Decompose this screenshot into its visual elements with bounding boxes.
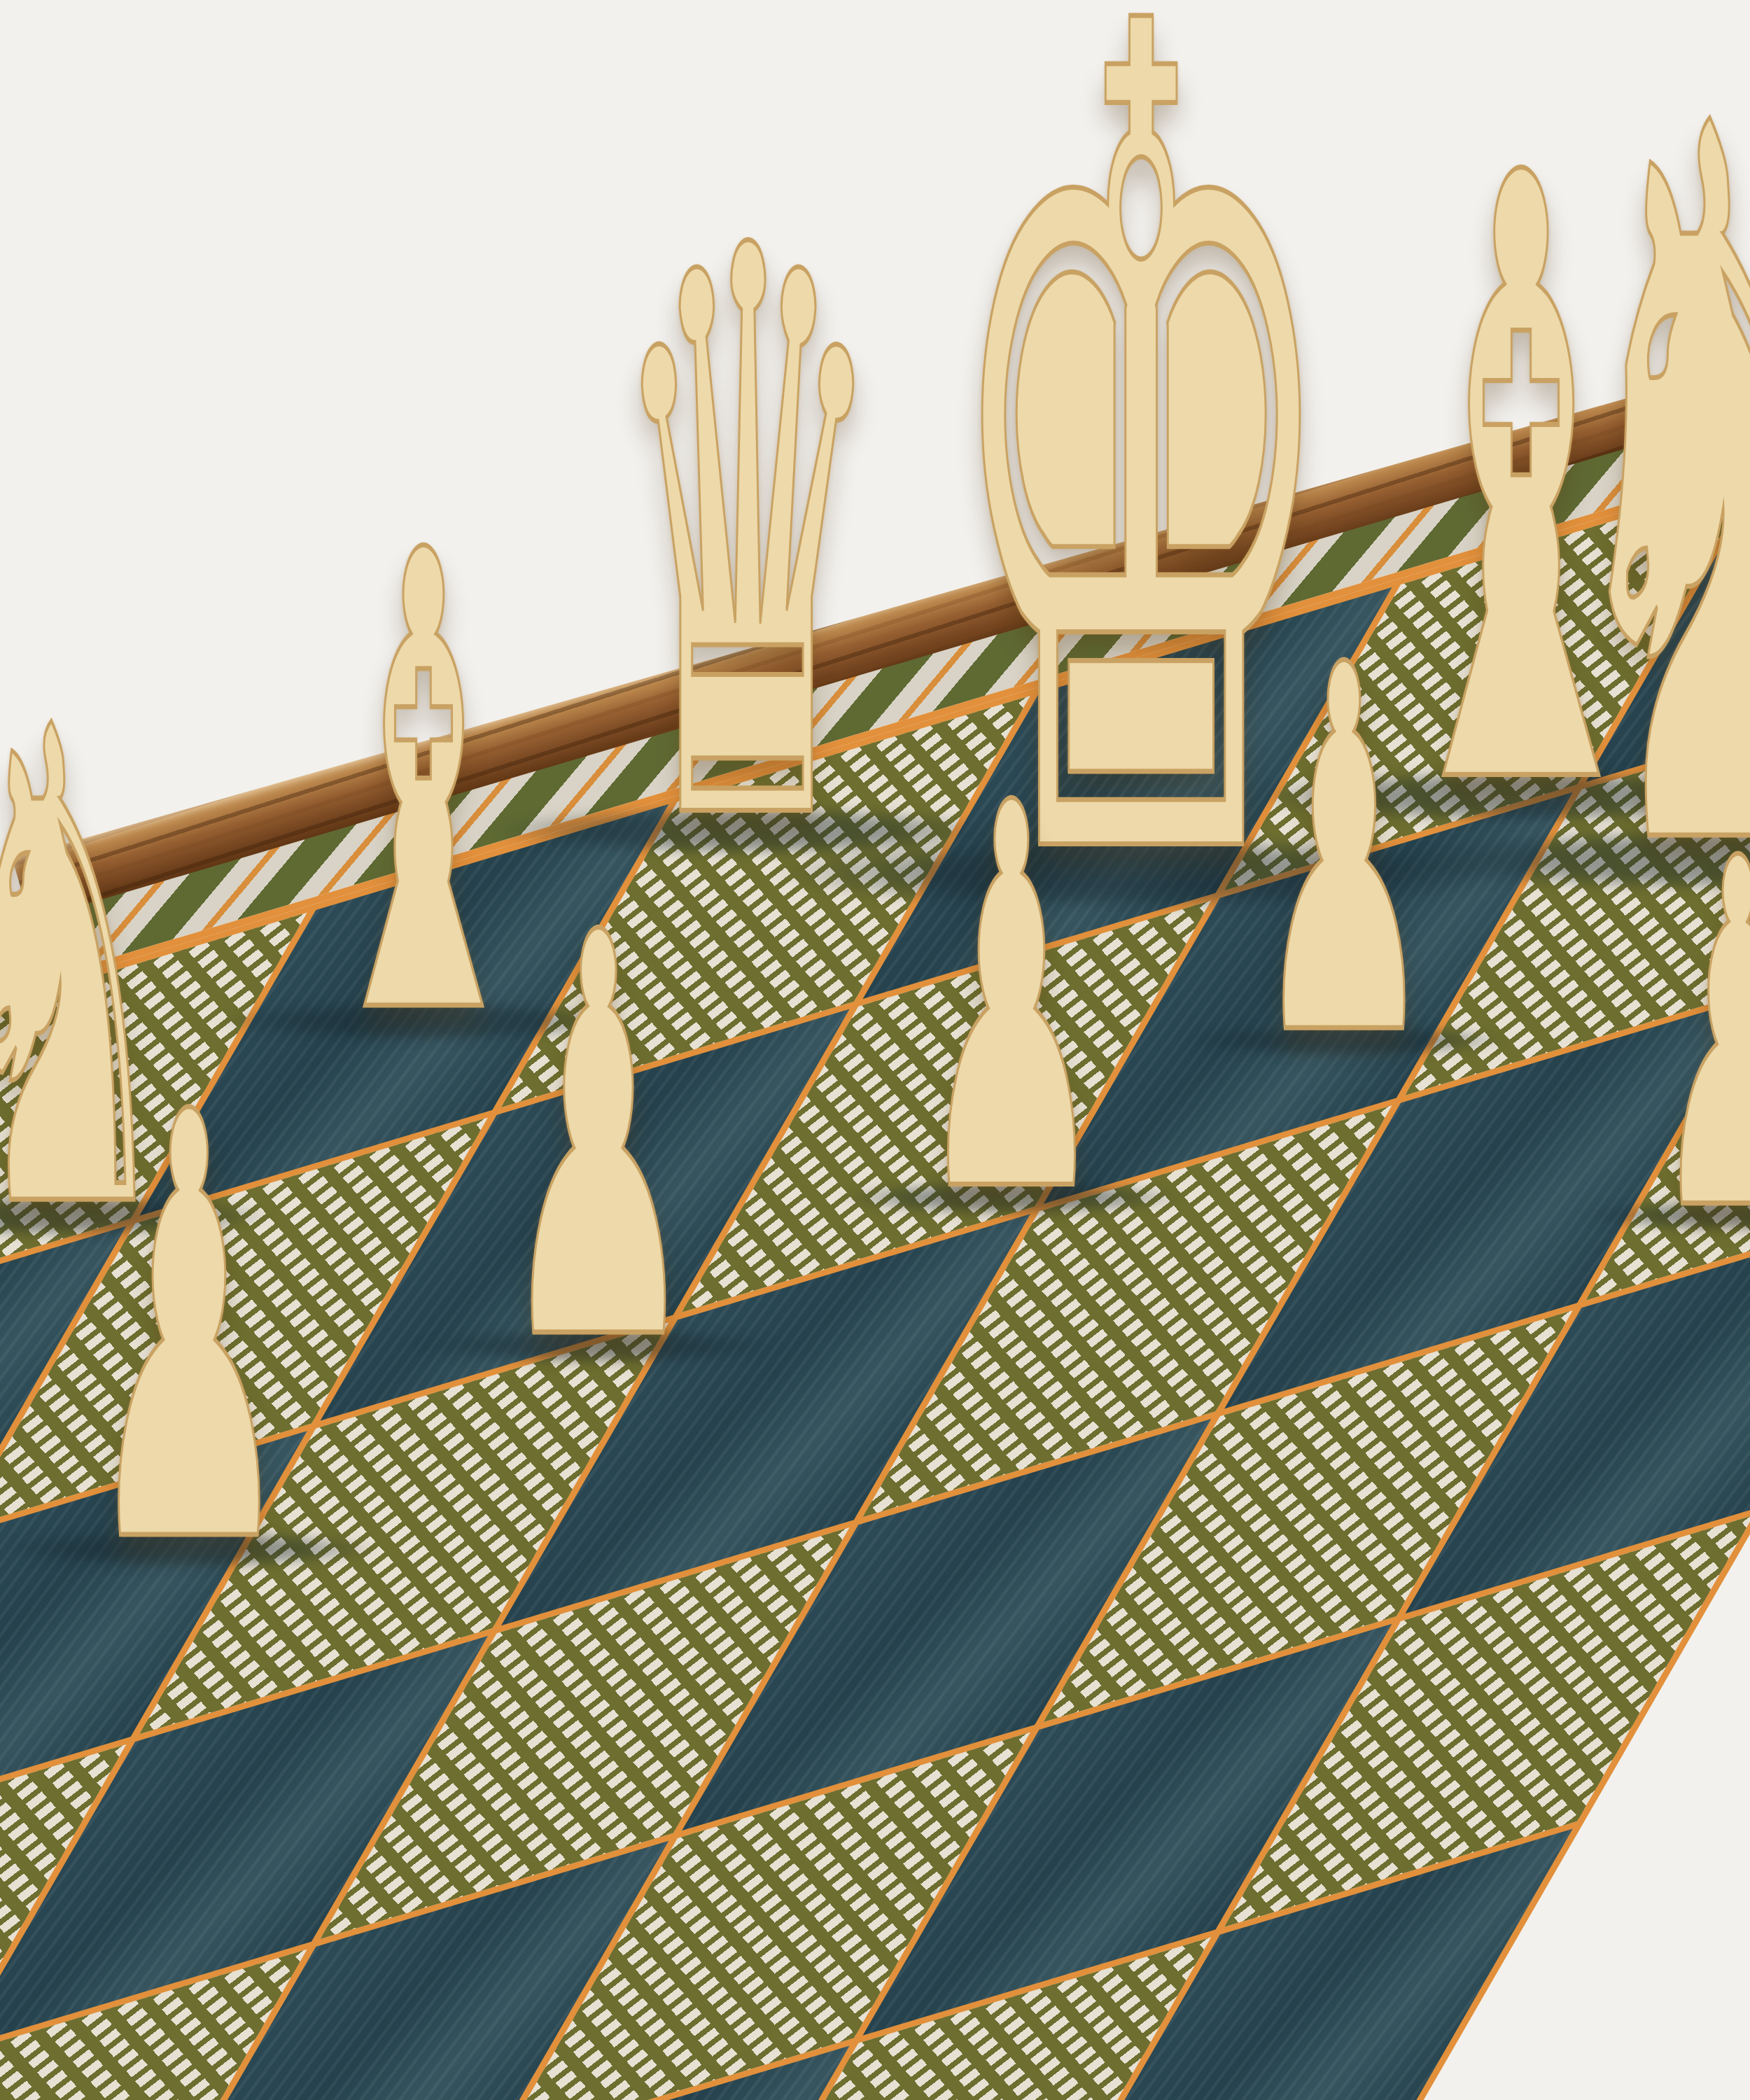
pieces-layer: ♞♝♛♚♝♞♟♟♟♟♟ [0,0,1750,2100]
white-pawn-b2[interactable]: ♟ [43,1270,335,1563]
white-pawn-glyph: ♟ [499,891,698,1390]
white-pawn-c2[interactable]: ♟ [461,1081,736,1359]
white-pawn-glyph: ♟ [84,1068,294,1595]
white-queen-glyph: ♛ [607,189,887,892]
white-pawn-e2[interactable]: ♟ [1219,800,1470,1052]
white-pawn-d2[interactable]: ♟ [880,945,1144,1210]
white-pawn-glyph: ♟ [1254,626,1434,1080]
chess-set-product-photo: ♞♝♛♚♝♞♟♟♟♟♟ [0,0,1750,2100]
white-pawn-glyph: ♟ [1652,822,1750,1254]
white-pawn-glyph: ♟ [916,763,1106,1239]
white-pawn-f2[interactable]: ♟ [1618,987,1750,1226]
